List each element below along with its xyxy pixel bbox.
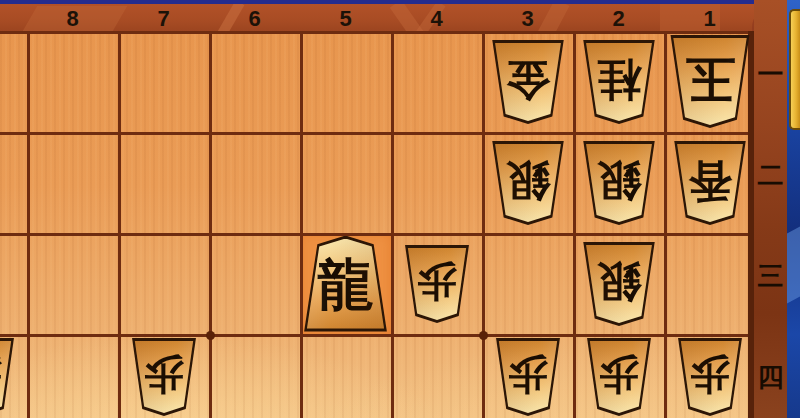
shogi-board[interactable]: 金桂玉銀銀香龍歩銀歩歩歩歩歩 [0, 31, 754, 418]
file-label-6: 6 [235, 4, 275, 31]
grid-line-vertical [664, 31, 667, 418]
piece-kanji: 歩 [417, 254, 457, 313]
piece-face: 歩 [588, 341, 650, 413]
rank-label-2: 二 [754, 158, 787, 193]
piece-kanji: 龍 [318, 243, 374, 325]
square-62[interactable] [209, 132, 300, 233]
square-72[interactable] [118, 132, 209, 233]
piece-face: 銀 [584, 144, 654, 222]
square-42[interactable] [391, 132, 482, 233]
piece-kanji: 銀 [597, 252, 641, 316]
piece-face: 歩 [406, 248, 468, 320]
square-64[interactable] [209, 334, 300, 418]
square-13[interactable] [664, 233, 755, 334]
blue-wave-pattern [787, 227, 800, 304]
piece-kanji: 香 [688, 151, 732, 215]
square-91[interactable] [0, 31, 27, 132]
piece-face: 歩 [497, 341, 559, 413]
piece-kanji: 銀 [597, 151, 641, 215]
grid-line-vertical [391, 31, 394, 418]
grid-line-horizontal [0, 31, 750, 34]
piece-kanji: 玉 [685, 45, 735, 117]
file-label-8: 8 [53, 4, 93, 31]
piece-face: 玉 [671, 38, 749, 125]
square-93[interactable] [0, 233, 27, 334]
piece-face: 金 [493, 43, 563, 121]
captured-piece-tray-edge [789, 9, 800, 130]
rank-label-4: 四 [754, 360, 787, 395]
piece-face: 歩 [133, 341, 195, 413]
square-52[interactable] [300, 132, 391, 233]
square-83[interactable] [27, 233, 118, 334]
square-63[interactable] [209, 233, 300, 334]
piece-kanji: 歩 [508, 347, 548, 406]
square-61[interactable] [209, 31, 300, 132]
rank-coordinate-strip: 一二三四 [754, 0, 787, 418]
file-label-5: 5 [326, 4, 366, 31]
square-44[interactable] [391, 334, 482, 418]
file-label-7: 7 [144, 4, 184, 31]
piece-face: 銀 [493, 144, 563, 222]
square-92[interactable] [0, 132, 27, 233]
star-point [206, 331, 215, 340]
rank-label-3: 三 [754, 259, 787, 294]
file-label-2: 2 [599, 4, 639, 31]
square-84[interactable] [27, 334, 118, 418]
grid-line-horizontal [0, 334, 750, 337]
shogi-game-screen: 87654321 金桂玉銀銀香龍歩銀歩歩歩歩歩 一二三四 [0, 0, 800, 418]
grid-line-horizontal [0, 233, 750, 236]
piece-face: 香 [675, 144, 745, 222]
star-point [479, 331, 488, 340]
file-coordinate-bar: 87654321 [0, 4, 800, 31]
square-81[interactable] [27, 31, 118, 132]
square-71[interactable] [118, 31, 209, 132]
piece-face: 桂 [584, 43, 654, 121]
piece-face: 銀 [584, 245, 654, 323]
grid-line-vertical [482, 31, 485, 418]
grid-line-vertical [27, 31, 30, 418]
square-41[interactable] [391, 31, 482, 132]
rank-label-1: 一 [754, 57, 787, 92]
piece-kanji: 歩 [144, 347, 184, 406]
grid-line-vertical [209, 31, 212, 418]
piece-face: 龍 [305, 239, 387, 329]
grid-line-vertical [118, 31, 121, 418]
piece-kanji: 桂 [597, 50, 641, 114]
file-label-1: 1 [690, 4, 730, 31]
square-51[interactable] [300, 31, 391, 132]
square-33[interactable] [482, 233, 573, 334]
grid-line-horizontal [0, 132, 750, 135]
square-82[interactable] [27, 132, 118, 233]
piece-kanji: 歩 [599, 347, 639, 406]
piece-kanji: 金 [506, 50, 550, 114]
grid-line-vertical [573, 31, 576, 418]
square-54[interactable] [300, 334, 391, 418]
piece-kanji: 歩 [690, 347, 730, 406]
piece-kanji: 歩 [0, 347, 2, 406]
file-label-4: 4 [417, 4, 457, 31]
piece-face: 歩 [679, 341, 741, 413]
square-73[interactable] [118, 233, 209, 334]
file-label-3: 3 [508, 4, 548, 31]
grid-line-vertical [300, 31, 303, 418]
piece-kanji: 銀 [506, 151, 550, 215]
